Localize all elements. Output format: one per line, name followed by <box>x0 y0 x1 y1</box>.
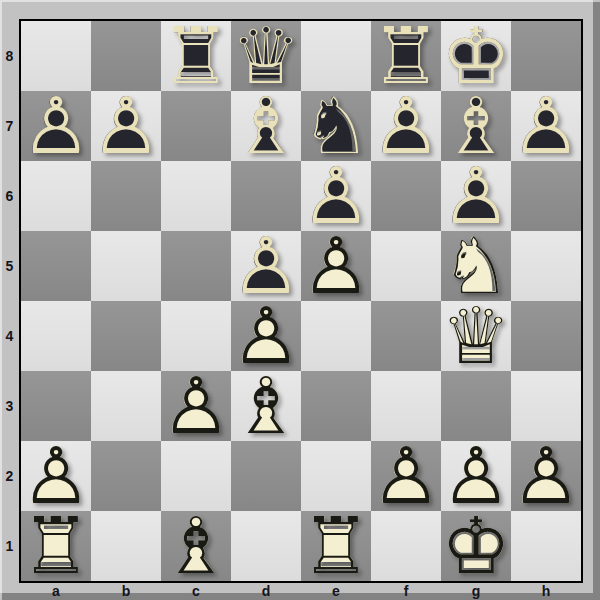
square-d4[interactable]: ♟♙ <box>231 301 301 371</box>
piece-line-layer: ♙ <box>301 161 371 231</box>
white-knight[interactable]: ♞♘ <box>441 231 511 301</box>
square-b2[interactable] <box>91 441 161 511</box>
square-f8[interactable]: ♜♖ <box>371 21 441 91</box>
file-label-f: f <box>371 583 441 598</box>
square-b1[interactable] <box>91 511 161 581</box>
square-a3[interactable] <box>21 371 91 441</box>
file-label-a: a <box>21 583 91 598</box>
rank-label-1: 1 <box>0 511 19 581</box>
rank-label-7: 7 <box>0 91 19 161</box>
black-pawn[interactable]: ♟♙ <box>21 91 91 161</box>
file-label-d: d <box>231 583 301 598</box>
black-bishop[interactable]: ♝♗ <box>441 91 511 161</box>
black-bishop[interactable]: ♝♗ <box>231 91 301 161</box>
piece-line-layer: ♙ <box>511 441 581 511</box>
square-b5[interactable] <box>91 231 161 301</box>
piece-line-layer: ♗ <box>441 91 511 161</box>
rank-label-4: 4 <box>0 301 19 371</box>
square-f2[interactable]: ♟♙ <box>371 441 441 511</box>
square-h5[interactable] <box>511 231 581 301</box>
black-pawn[interactable]: ♟♙ <box>511 91 581 161</box>
piece-line-layer: ♖ <box>371 21 441 91</box>
square-c1[interactable]: ♝♗ <box>161 511 231 581</box>
piece-line-layer: ♕ <box>441 301 511 371</box>
piece-fill-layer: ♟ <box>231 301 301 371</box>
white-pawn[interactable]: ♟♙ <box>21 441 91 511</box>
white-pawn[interactable]: ♟♙ <box>161 371 231 441</box>
square-h4[interactable] <box>511 301 581 371</box>
square-c5[interactable] <box>161 231 231 301</box>
black-pawn[interactable]: ♟♙ <box>441 161 511 231</box>
square-e3[interactable] <box>301 371 371 441</box>
black-knight[interactable]: ♞♘ <box>301 91 371 161</box>
square-a7[interactable]: ♟♙ <box>21 91 91 161</box>
piece-line-layer: ♙ <box>21 441 91 511</box>
square-c4[interactable] <box>161 301 231 371</box>
piece-fill-layer: ♛ <box>441 301 511 371</box>
square-c2[interactable] <box>161 441 231 511</box>
chess-board: ♜♖♛♕♜♖♚♔♟♙♟♙♝♗♞♘♟♙♝♗♟♙♟♙♟♙♟♙♟♙♞♘♟♙♛♕♟♙♝♗… <box>19 19 583 583</box>
rank-label-5: 5 <box>0 231 19 301</box>
square-f3[interactable] <box>371 371 441 441</box>
black-king[interactable]: ♚♔ <box>441 21 511 91</box>
square-h3[interactable] <box>511 371 581 441</box>
piece-line-layer: ♙ <box>371 91 441 161</box>
piece-fill-layer: ♟ <box>231 231 301 301</box>
square-c6[interactable] <box>161 161 231 231</box>
square-e7[interactable]: ♞♘ <box>301 91 371 161</box>
white-pawn[interactable]: ♟♙ <box>301 231 371 301</box>
square-g6[interactable]: ♟♙ <box>441 161 511 231</box>
piece-fill-layer: ♟ <box>161 371 231 441</box>
white-king[interactable]: ♚♔ <box>441 511 511 581</box>
square-d6[interactable] <box>231 161 301 231</box>
piece-fill-layer: ♝ <box>231 371 301 441</box>
square-g8[interactable]: ♚♔ <box>441 21 511 91</box>
piece-line-layer: ♗ <box>161 511 231 581</box>
square-c3[interactable]: ♟♙ <box>161 371 231 441</box>
piece-line-layer: ♙ <box>371 441 441 511</box>
white-bishop[interactable]: ♝♗ <box>161 511 231 581</box>
piece-fill-layer: ♝ <box>441 91 511 161</box>
piece-line-layer: ♙ <box>441 161 511 231</box>
square-a2[interactable]: ♟♙ <box>21 441 91 511</box>
black-pawn[interactable]: ♟♙ <box>91 91 161 161</box>
square-h7[interactable]: ♟♙ <box>511 91 581 161</box>
square-g7[interactable]: ♝♗ <box>441 91 511 161</box>
piece-fill-layer: ♟ <box>511 91 581 161</box>
white-pawn[interactable]: ♟♙ <box>511 441 581 511</box>
white-pawn[interactable]: ♟♙ <box>231 301 301 371</box>
piece-fill-layer: ♜ <box>161 21 231 91</box>
square-f5[interactable] <box>371 231 441 301</box>
file-label-c: c <box>161 583 231 598</box>
piece-line-layer: ♙ <box>301 231 371 301</box>
square-e2[interactable] <box>301 441 371 511</box>
piece-fill-layer: ♟ <box>301 161 371 231</box>
piece-fill-layer: ♝ <box>231 91 301 161</box>
piece-fill-layer: ♟ <box>21 441 91 511</box>
piece-fill-layer: ♜ <box>21 511 91 581</box>
piece-line-layer: ♕ <box>231 21 301 91</box>
square-e4[interactable] <box>301 301 371 371</box>
rank-label-2: 2 <box>0 441 19 511</box>
square-h6[interactable] <box>511 161 581 231</box>
square-a8[interactable] <box>21 21 91 91</box>
square-f1[interactable] <box>371 511 441 581</box>
square-f7[interactable]: ♟♙ <box>371 91 441 161</box>
piece-fill-layer: ♟ <box>301 231 371 301</box>
square-a5[interactable] <box>21 231 91 301</box>
white-pawn[interactable]: ♟♙ <box>371 441 441 511</box>
square-d8[interactable]: ♛♕ <box>231 21 301 91</box>
piece-fill-layer: ♟ <box>371 441 441 511</box>
square-b4[interactable] <box>91 301 161 371</box>
square-f4[interactable] <box>371 301 441 371</box>
square-e5[interactable]: ♟♙ <box>301 231 371 301</box>
piece-fill-layer: ♟ <box>371 91 441 161</box>
piece-line-layer: ♙ <box>161 371 231 441</box>
square-g4[interactable]: ♛♕ <box>441 301 511 371</box>
file-label-e: e <box>301 583 371 598</box>
square-b8[interactable] <box>91 21 161 91</box>
square-a6[interactable] <box>21 161 91 231</box>
piece-fill-layer: ♟ <box>441 161 511 231</box>
piece-line-layer: ♙ <box>91 91 161 161</box>
piece-line-layer: ♙ <box>441 441 511 511</box>
rank-label-8: 8 <box>0 21 19 91</box>
square-g3[interactable] <box>441 371 511 441</box>
file-label-g: g <box>441 583 511 598</box>
piece-fill-layer: ♚ <box>441 511 511 581</box>
piece-fill-layer: ♜ <box>371 21 441 91</box>
white-pawn[interactable]: ♟♙ <box>441 441 511 511</box>
file-label-b: b <box>91 583 161 598</box>
black-queen[interactable]: ♛♕ <box>231 21 301 91</box>
square-f6[interactable] <box>371 161 441 231</box>
piece-fill-layer: ♟ <box>21 91 91 161</box>
square-g5[interactable]: ♞♘ <box>441 231 511 301</box>
file-label-h: h <box>511 583 581 598</box>
square-h8[interactable] <box>511 21 581 91</box>
rank-label-6: 6 <box>0 161 19 231</box>
piece-line-layer: ♗ <box>231 371 301 441</box>
piece-line-layer: ♘ <box>441 231 511 301</box>
black-pawn[interactable]: ♟♙ <box>231 231 301 301</box>
piece-line-layer: ♖ <box>301 511 371 581</box>
square-d2[interactable] <box>231 441 301 511</box>
piece-fill-layer: ♞ <box>301 91 371 161</box>
rank-label-3: 3 <box>0 371 19 441</box>
piece-fill-layer: ♚ <box>441 21 511 91</box>
white-bishop[interactable]: ♝♗ <box>231 371 301 441</box>
square-c7[interactable] <box>161 91 231 161</box>
square-a1[interactable]: ♜♖ <box>21 511 91 581</box>
square-d5[interactable]: ♟♙ <box>231 231 301 301</box>
square-b6[interactable] <box>91 161 161 231</box>
square-e6[interactable]: ♟♙ <box>301 161 371 231</box>
square-b3[interactable] <box>91 371 161 441</box>
piece-fill-layer: ♟ <box>91 91 161 161</box>
square-h1[interactable] <box>511 511 581 581</box>
square-d1[interactable] <box>231 511 301 581</box>
piece-fill-layer: ♟ <box>441 441 511 511</box>
piece-line-layer: ♙ <box>511 91 581 161</box>
piece-fill-layer: ♜ <box>301 511 371 581</box>
white-queen[interactable]: ♛♕ <box>441 301 511 371</box>
piece-fill-layer: ♛ <box>231 21 301 91</box>
piece-line-layer: ♙ <box>231 231 301 301</box>
piece-line-layer: ♔ <box>441 21 511 91</box>
piece-fill-layer: ♝ <box>161 511 231 581</box>
piece-line-layer: ♙ <box>231 301 301 371</box>
white-rook[interactable]: ♜♖ <box>21 511 91 581</box>
black-rook[interactable]: ♜♖ <box>371 21 441 91</box>
square-g1[interactable]: ♚♔ <box>441 511 511 581</box>
white-rook[interactable]: ♜♖ <box>301 511 371 581</box>
piece-line-layer: ♖ <box>21 511 91 581</box>
black-rook[interactable]: ♜♖ <box>161 21 231 91</box>
piece-line-layer: ♖ <box>161 21 231 91</box>
square-d3[interactable]: ♝♗ <box>231 371 301 441</box>
square-e8[interactable] <box>301 21 371 91</box>
black-pawn[interactable]: ♟♙ <box>371 91 441 161</box>
square-a4[interactable] <box>21 301 91 371</box>
piece-line-layer: ♔ <box>441 511 511 581</box>
square-e1[interactable]: ♜♖ <box>301 511 371 581</box>
piece-line-layer: ♘ <box>301 91 371 161</box>
square-b7[interactable]: ♟♙ <box>91 91 161 161</box>
black-pawn[interactable]: ♟♙ <box>301 161 371 231</box>
square-d7[interactable]: ♝♗ <box>231 91 301 161</box>
piece-fill-layer: ♟ <box>511 441 581 511</box>
square-h2[interactable]: ♟♙ <box>511 441 581 511</box>
square-g2[interactable]: ♟♙ <box>441 441 511 511</box>
piece-line-layer: ♙ <box>21 91 91 161</box>
piece-line-layer: ♗ <box>231 91 301 161</box>
square-c8[interactable]: ♜♖ <box>161 21 231 91</box>
chess-diagram-panel: ♜♖♛♕♜♖♚♔♟♙♟♙♝♗♞♘♟♙♝♗♟♙♟♙♟♙♟♙♟♙♞♘♟♙♛♕♟♙♝♗… <box>0 0 600 600</box>
piece-fill-layer: ♞ <box>441 231 511 301</box>
